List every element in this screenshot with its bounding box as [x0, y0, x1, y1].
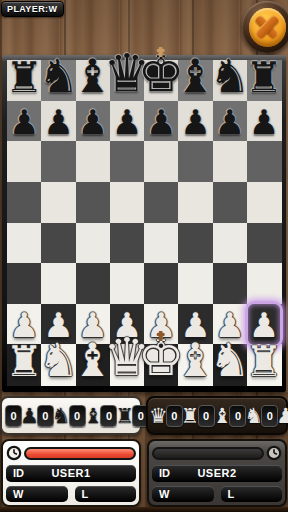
losses-label: L: [228, 488, 235, 500]
king-finial: [159, 47, 163, 57]
wins-label: W: [13, 488, 23, 500]
piece-black-rook-h8[interactable]: ♜: [245, 57, 283, 99]
captured-black-pieces-tray: 0♟0♞0♝0♜0♛: [0, 396, 142, 435]
square-b5[interactable]: [41, 182, 76, 223]
square-a3[interactable]: [7, 263, 42, 304]
chess-board-frame: ♜♞♝♛♚♝♞♜♟♟♟♟♟♟♟♟♟♟♟♟♟♟♟♟♜♞♝♛♚♝♞♜: [2, 55, 286, 392]
losses-bar-user1: L: [75, 486, 137, 503]
captured-black-rook: 0♜: [100, 405, 132, 427]
piece-black-pawn-f7[interactable]: ♟: [180, 105, 210, 139]
square-h4[interactable]: [247, 223, 282, 264]
square-h6[interactable]: [247, 141, 282, 182]
captured-black-knight: 0♞: [37, 405, 69, 427]
square-c3[interactable]: [76, 263, 111, 304]
close-x-icon: [249, 8, 286, 47]
id-bar-user1: ID USER1: [6, 465, 136, 482]
square-e3[interactable]: [144, 263, 179, 304]
square-d5[interactable]: [110, 182, 145, 223]
square-b3[interactable]: [41, 263, 76, 304]
captured-white-queen: ♛0: [151, 405, 183, 427]
player-panel-user2: ID USER2 W L: [147, 439, 287, 507]
captured-white-bishop: ♝0: [215, 405, 247, 427]
square-d6[interactable]: [110, 141, 145, 182]
square-e4[interactable]: [144, 223, 179, 264]
timer-row-user1: [6, 445, 136, 461]
timer-fill: [26, 449, 134, 458]
close-button-ring: [242, 1, 288, 53]
chess-board[interactable]: ♜♞♝♛♚♝♞♜♟♟♟♟♟♟♟♟♟♟♟♟♟♟♟♟♜♞♝♛♚♝♞♜: [7, 60, 281, 385]
square-d4[interactable]: [110, 223, 145, 264]
player-panel-user1: ID USER1 W L: [1, 439, 141, 507]
piece-black-pawn-b7[interactable]: ♟: [43, 105, 73, 139]
wins-label: W: [159, 488, 169, 500]
clock-icon: [266, 445, 282, 461]
captured-white-pieces-tray: ♛0♜0♝0♞0♟0: [146, 396, 288, 435]
wins-bar-user1: W: [6, 486, 68, 503]
piece-black-pawn-a7[interactable]: ♟: [9, 105, 39, 139]
square-a5[interactable]: [7, 182, 42, 223]
square-f6[interactable]: [178, 141, 213, 182]
clock-icon: [6, 445, 22, 461]
square-c5[interactable]: [76, 182, 111, 223]
king-finial: [159, 331, 163, 341]
piece-black-pawn-g7[interactable]: ♟: [214, 105, 244, 139]
timer-bar-user2: [152, 447, 264, 460]
square-f5[interactable]: [178, 182, 213, 223]
square-c6[interactable]: [76, 141, 111, 182]
square-g5[interactable]: [213, 182, 248, 223]
square-g4[interactable]: [213, 223, 248, 264]
square-e5[interactable]: [144, 182, 179, 223]
square-c4[interactable]: [76, 223, 111, 264]
piece-black-pawn-e7[interactable]: ♟: [146, 105, 176, 139]
square-h3[interactable]: [247, 263, 282, 304]
square-f3[interactable]: [178, 263, 213, 304]
close-button[interactable]: [242, 1, 288, 53]
square-g3[interactable]: [213, 263, 248, 304]
captured-white-rook: ♜0: [183, 405, 215, 427]
id-bar-user2: ID USER2: [152, 465, 282, 482]
losses-label: L: [82, 488, 89, 500]
piece-white-rook-h1[interactable]: ♜: [245, 341, 283, 383]
rook-icon: ♜: [181, 407, 200, 427]
square-a4[interactable]: [7, 223, 42, 264]
captured-black-pawn: 0♟: [5, 405, 37, 427]
player-turn-badge: PLAYER:W: [1, 1, 64, 17]
pawn-icon: ♟: [276, 407, 288, 427]
timer-bar-user1: [24, 447, 136, 460]
captured-black-bishop: 0♝: [69, 405, 101, 427]
piece-black-pawn-d7[interactable]: ♟: [112, 105, 142, 139]
losses-bar-user2: L: [221, 486, 283, 503]
square-b6[interactable]: [41, 141, 76, 182]
square-b4[interactable]: [41, 223, 76, 264]
timer-row-user2: [152, 445, 282, 461]
piece-black-pawn-h7[interactable]: ♟: [249, 105, 279, 139]
bottom-edge: [0, 507, 288, 512]
wins-bar-user2: W: [152, 486, 214, 503]
player-name-user2: USER2: [152, 467, 282, 479]
square-a6[interactable]: [7, 141, 42, 182]
piece-black-pawn-c7[interactable]: ♟: [77, 105, 107, 139]
square-e6[interactable]: [144, 141, 179, 182]
square-h5[interactable]: [247, 182, 282, 223]
player-name-user1: USER1: [6, 467, 136, 479]
square-d3[interactable]: [110, 263, 145, 304]
win-loss-row-user2: W L: [152, 486, 282, 503]
win-loss-row-user1: W L: [6, 486, 136, 503]
square-g6[interactable]: [213, 141, 248, 182]
captured-white-pawn: ♟0: [278, 405, 288, 427]
square-f4[interactable]: [178, 223, 213, 264]
captured-white-knight: ♞0: [246, 405, 278, 427]
